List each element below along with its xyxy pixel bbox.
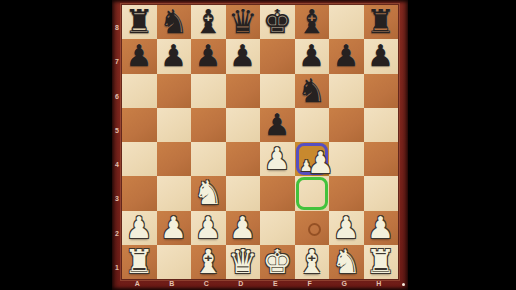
chess-board-frame: ♜♞♝♛♚♝♜♟♟♟♟♟♟♟♞♟♟♟♟♞♟♟♟♟♟♟♜♝♛♚♝♞♜ 876543… [112, 0, 408, 290]
rank-label-7: 7 [112, 58, 122, 66]
square-g3[interactable] [329, 176, 364, 210]
square-b2[interactable]: ♟ [157, 211, 192, 245]
black-pawn[interactable]: ♟ [367, 39, 394, 73]
white-knight[interactable]: ♞ [331, 245, 361, 279]
white-pawn[interactable]: ♟ [307, 146, 334, 180]
file-label-e: E [258, 280, 293, 288]
file-label-f: F [293, 280, 328, 288]
square-h6[interactable] [364, 74, 399, 108]
square-a7[interactable]: ♟ [122, 39, 157, 73]
square-c4[interactable] [191, 142, 226, 176]
file-label-c: C [189, 280, 224, 288]
square-h4[interactable] [364, 142, 399, 176]
square-f7[interactable]: ♟ [295, 39, 330, 73]
square-a8[interactable]: ♜ [122, 5, 157, 39]
square-h5[interactable] [364, 108, 399, 142]
square-g5[interactable] [329, 108, 364, 142]
white-pawn[interactable]: ♟ [367, 211, 394, 245]
app-screen: ♜♞♝♛♚♝♜♟♟♟♟♟♟♟♞♟♟♟♟♞♟♟♟♟♟♟♜♝♛♚♝♞♜ 876543… [0, 0, 516, 290]
white-rook[interactable]: ♜ [124, 245, 154, 279]
square-h2[interactable]: ♟ [364, 211, 399, 245]
black-pawn[interactable]: ♟ [195, 39, 222, 73]
rank-label-4: 4 [112, 161, 122, 169]
white-queen[interactable]: ♛ [228, 245, 258, 279]
square-h3[interactable] [364, 176, 399, 210]
square-g7[interactable]: ♟ [329, 39, 364, 73]
file-label-d: D [224, 280, 259, 288]
black-knight[interactable]: ♞ [159, 5, 189, 39]
white-rook[interactable]: ♜ [366, 245, 396, 279]
square-c8[interactable]: ♝ [191, 5, 226, 39]
square-d6[interactable] [226, 74, 261, 108]
square-b6[interactable] [157, 74, 192, 108]
black-pawn[interactable]: ♟ [160, 39, 187, 73]
square-a2[interactable]: ♟ [122, 211, 157, 245]
white-pawn[interactable]: ♟ [333, 211, 360, 245]
rank-label-5: 5 [112, 127, 122, 135]
white-pawn[interactable]: ♟ [195, 211, 222, 245]
square-d5[interactable] [226, 108, 261, 142]
black-rook[interactable]: ♜ [366, 5, 396, 39]
square-e1[interactable]: ♚ [260, 245, 295, 279]
black-pawn[interactable]: ♟ [229, 39, 256, 73]
square-g8[interactable] [329, 5, 364, 39]
white-pawn[interactable]: ♟ [264, 142, 291, 176]
square-a5[interactable] [122, 108, 157, 142]
square-d8[interactable]: ♛ [226, 5, 261, 39]
black-knight[interactable]: ♞ [297, 74, 327, 108]
white-pawn[interactable]: ♟ [160, 211, 187, 245]
square-d1[interactable]: ♛ [226, 245, 261, 279]
square-c2[interactable]: ♟ [191, 211, 226, 245]
square-d2[interactable]: ♟ [226, 211, 261, 245]
black-rook[interactable]: ♜ [124, 5, 154, 39]
square-h7[interactable]: ♟ [364, 39, 399, 73]
black-pawn[interactable]: ♟ [333, 39, 360, 73]
black-queen[interactable]: ♛ [228, 5, 258, 39]
square-f5[interactable] [295, 108, 330, 142]
square-a1[interactable]: ♜ [122, 245, 157, 279]
square-b1[interactable] [157, 245, 192, 279]
square-h8[interactable]: ♜ [364, 5, 399, 39]
rank-label-8: 8 [112, 24, 122, 32]
white-pawn[interactable]: ♟ [126, 211, 153, 245]
square-g2[interactable]: ♟ [329, 211, 364, 245]
move-target-ring [308, 223, 321, 236]
square-a4[interactable] [122, 142, 157, 176]
square-f1[interactable]: ♝ [295, 245, 330, 279]
file-label-h: H [362, 280, 397, 288]
square-b5[interactable] [157, 108, 192, 142]
square-f2[interactable] [295, 211, 330, 245]
square-a3[interactable] [122, 176, 157, 210]
file-label-g: G [327, 280, 362, 288]
rank-label-6: 6 [112, 93, 122, 101]
square-g6[interactable] [329, 74, 364, 108]
square-f3[interactable] [295, 176, 330, 210]
left-letterbox-bar [0, 0, 112, 290]
white-bishop[interactable]: ♝ [193, 245, 223, 279]
white-pawn[interactable]: ♟ [229, 211, 256, 245]
rank-label-2: 2 [112, 230, 122, 238]
file-label-a: A [120, 280, 155, 288]
white-king[interactable]: ♚ [262, 245, 292, 279]
square-g1[interactable]: ♞ [329, 245, 364, 279]
square-f4[interactable]: ♟♟ [295, 142, 330, 176]
square-e8[interactable]: ♚ [260, 5, 295, 39]
square-b4[interactable] [157, 142, 192, 176]
green-highlight-border [296, 177, 329, 209]
square-c1[interactable]: ♝ [191, 245, 226, 279]
square-e2[interactable] [260, 211, 295, 245]
square-f8[interactable]: ♝ [295, 5, 330, 39]
chess-board: ♜♞♝♛♚♝♜♟♟♟♟♟♟♟♞♟♟♟♟♞♟♟♟♟♟♟♜♝♛♚♝♞♜ [122, 5, 398, 279]
square-h1[interactable]: ♜ [364, 245, 399, 279]
square-f6[interactable]: ♞ [295, 74, 330, 108]
square-e5[interactable]: ♟ [260, 108, 295, 142]
square-e3[interactable] [260, 176, 295, 210]
square-c3[interactable]: ♞ [191, 176, 226, 210]
square-d3[interactable] [226, 176, 261, 210]
black-pawn[interactable]: ♟ [264, 108, 291, 142]
square-d7[interactable]: ♟ [226, 39, 261, 73]
black-bishop[interactable]: ♝ [297, 5, 327, 39]
square-c5[interactable] [191, 108, 226, 142]
black-pawn[interactable]: ♟ [298, 39, 325, 73]
file-label-b: B [155, 280, 190, 288]
right-letterbox-bar [408, 0, 516, 290]
rank-label-1: 1 [112, 264, 122, 272]
square-c7[interactable]: ♟ [191, 39, 226, 73]
white-bishop[interactable]: ♝ [297, 245, 327, 279]
square-a6[interactable] [122, 74, 157, 108]
frame-corner-dot [402, 283, 405, 286]
square-c6[interactable] [191, 74, 226, 108]
square-e6[interactable] [260, 74, 295, 108]
square-b7[interactable]: ♟ [157, 39, 192, 73]
square-b8[interactable]: ♞ [157, 5, 192, 39]
square-e4[interactable]: ♟ [260, 142, 295, 176]
black-king[interactable]: ♚ [262, 5, 292, 39]
square-b3[interactable] [157, 176, 192, 210]
white-knight[interactable]: ♞ [193, 176, 223, 210]
black-pawn[interactable]: ♟ [126, 39, 153, 73]
rank-label-3: 3 [112, 195, 122, 203]
square-e7[interactable] [260, 39, 295, 73]
square-d4[interactable] [226, 142, 261, 176]
black-bishop[interactable]: ♝ [193, 5, 223, 39]
